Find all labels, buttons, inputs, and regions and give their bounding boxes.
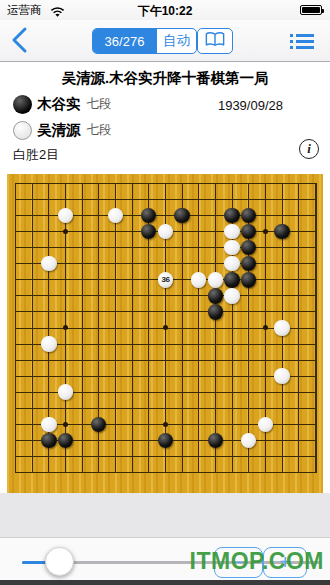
- game-title: 吴清源.木谷实升降十番棋第一局: [0, 69, 330, 88]
- star-point: [263, 325, 268, 330]
- info-icon[interactable]: i: [299, 139, 319, 159]
- white-stone: [224, 224, 239, 239]
- auto-play-button[interactable]: 自动: [156, 29, 196, 53]
- black-player-rank: 七段: [87, 96, 112, 113]
- black-stone: [224, 208, 239, 223]
- game-list-button[interactable]: [290, 34, 314, 49]
- game-info-panel: 吴清源.木谷实升降十番棋第一局 木谷实 七段 1939/09/28 吴清源 七段…: [0, 62, 330, 174]
- white-stone: [274, 368, 289, 383]
- white-player-row: 吴清源 七段: [13, 120, 112, 140]
- stones-grid: 36: [7, 176, 323, 481]
- slider-thumb[interactable]: [45, 547, 74, 576]
- white-stone: [258, 417, 273, 432]
- star-point: [163, 325, 168, 330]
- white-stone: [41, 417, 56, 432]
- move-counter-button[interactable]: 36/276: [93, 29, 156, 53]
- watermark: ITMOP.COM: [190, 548, 324, 575]
- white-stone: [41, 336, 56, 351]
- black-stone: [158, 433, 173, 448]
- footer-spacer: [0, 493, 330, 537]
- white-stone: [158, 224, 173, 239]
- star-point: [163, 422, 168, 427]
- star-point: [63, 422, 68, 427]
- black-stone: [241, 272, 256, 287]
- move-segmented-control: 36/276 自动: [92, 28, 197, 54]
- black-player-row: 木谷实 七段: [13, 94, 112, 114]
- black-stone: [208, 433, 223, 448]
- white-player-name: 吴清源: [37, 121, 81, 140]
- white-stone: [224, 256, 239, 271]
- nav-bar: 36/276 自动: [0, 20, 330, 62]
- white-stone: [58, 384, 73, 399]
- black-stone: [274, 224, 289, 239]
- white-stone: [224, 288, 239, 303]
- black-stone: [91, 417, 106, 432]
- time-label: 下午10:22: [0, 3, 330, 20]
- white-stone: [108, 208, 123, 223]
- battery-icon: [300, 5, 322, 15]
- black-stone-icon: [13, 95, 32, 114]
- star-point: [263, 229, 268, 234]
- app-screen: 运营商 下午10:22 36/276 自动: [0, 0, 330, 585]
- black-stone: [241, 240, 256, 255]
- white-player-rank: 七段: [87, 122, 112, 139]
- white-stone: [58, 208, 73, 223]
- game-date: 1939/09/28: [218, 98, 283, 113]
- back-button[interactable]: [8, 24, 34, 56]
- last-move-stone: 36: [158, 272, 173, 287]
- screen-bottom-edge: [0, 580, 330, 585]
- black-stone: [141, 208, 156, 223]
- game-result: 白胜2目: [13, 146, 59, 164]
- move-slider-panel: − + ITMOP.COM: [0, 537, 330, 580]
- white-stone: [241, 433, 256, 448]
- black-player-name: 木谷实: [37, 95, 81, 114]
- black-stone: [208, 288, 223, 303]
- black-stone: [241, 208, 256, 223]
- status-bar: 运营商 下午10:22: [0, 0, 330, 20]
- black-stone: [41, 433, 56, 448]
- white-stone-icon: [13, 121, 32, 140]
- white-stone: [191, 272, 206, 287]
- black-stone: [241, 224, 256, 239]
- black-stone: [208, 304, 223, 319]
- star-point: [63, 229, 68, 234]
- go-board[interactable]: 36: [7, 174, 323, 493]
- list-icon: [290, 34, 314, 37]
- star-point: [63, 325, 68, 330]
- book-button[interactable]: [197, 28, 233, 54]
- black-stone: [141, 224, 156, 239]
- black-stone: [58, 433, 73, 448]
- white-stone: [224, 240, 239, 255]
- black-stone: [224, 272, 239, 287]
- black-stone: [241, 256, 256, 271]
- white-stone: [208, 272, 223, 287]
- white-stone: [274, 320, 289, 335]
- black-stone: [174, 208, 189, 223]
- book-icon: [204, 30, 226, 52]
- white-stone: [41, 256, 56, 271]
